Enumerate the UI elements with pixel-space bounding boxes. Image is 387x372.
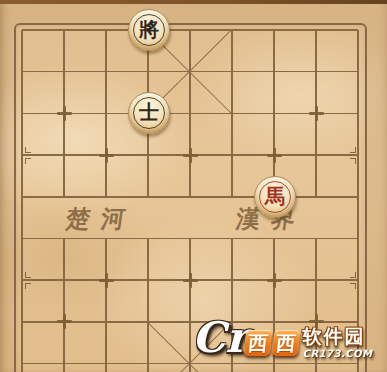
piece-glyph: 將 (139, 19, 159, 39)
star-point-mark (105, 273, 108, 288)
file-line (105, 30, 107, 197)
watermark-site-url: CR173.COM (303, 348, 373, 359)
file-line (21, 30, 23, 372)
xiangqi-game-screen: 將士馬 楚河 漢界 Cr 西 西 软件园 CR173.COM (0, 0, 387, 372)
star-point-mark (350, 147, 356, 153)
file-line (189, 239, 191, 372)
star-point-mark (25, 147, 31, 153)
star-point-mark (25, 272, 31, 278)
file-line (147, 239, 149, 372)
piece-glyph: 士 (139, 102, 159, 122)
piece-red-horse[interactable]: 馬 (254, 176, 296, 218)
file-line (63, 239, 65, 372)
star-point-mark (189, 148, 192, 163)
star-point-mark (25, 158, 31, 164)
piece-black-general[interactable]: 將 (128, 9, 170, 51)
star-point-mark (63, 314, 66, 329)
watermark-text-block: 软件园 CR173.COM (303, 327, 373, 359)
watermark-xi-tile-2: 西 (271, 330, 300, 356)
star-point-mark (350, 272, 356, 278)
star-point-mark (273, 273, 276, 288)
star-point-mark (25, 283, 31, 289)
watermark-site-name: 软件园 (303, 327, 373, 347)
star-point-mark (63, 106, 66, 121)
star-point-mark (105, 148, 108, 163)
file-line (105, 239, 107, 372)
top-edge-bar (0, 0, 387, 4)
piece-black-advisor[interactable]: 士 (128, 92, 170, 134)
watermark: Cr 西 西 软件园 CR173.COM (192, 320, 373, 359)
star-point-mark (315, 106, 318, 121)
piece-glyph: 馬 (265, 186, 285, 206)
watermark-cr-logo: Cr (192, 320, 248, 356)
file-line (273, 30, 275, 197)
star-point-mark (350, 283, 356, 289)
star-point-mark (350, 158, 356, 164)
star-point-mark (273, 148, 276, 163)
file-line (189, 30, 191, 197)
star-point-mark (189, 273, 192, 288)
watermark-xi-tile-1: 西 (243, 330, 272, 356)
river-label-chu-he: 楚河 (64, 203, 138, 235)
